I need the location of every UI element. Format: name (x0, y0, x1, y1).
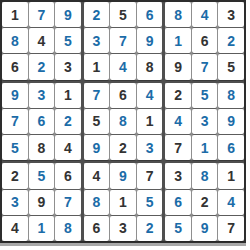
cell-r5c5[interactable]: 8 (110, 109, 136, 134)
cell-r5c6[interactable]: 1 (137, 109, 163, 134)
box-8: 497815632 (84, 163, 163, 241)
cell-r8c7[interactable]: 6 (165, 190, 191, 215)
cell-r5c3[interactable]: 2 (55, 109, 81, 134)
cell-r1c4[interactable]: 2 (84, 2, 110, 27)
cell-r2c7[interactable]: 1 (165, 28, 191, 53)
cell-r7c9[interactable]: 1 (218, 163, 244, 188)
box-6: 258439716 (165, 83, 244, 161)
cell-r6c6[interactable]: 3 (137, 135, 163, 160)
box-9: 381624597 (165, 163, 244, 241)
cell-r9c2[interactable]: 1 (29, 216, 55, 241)
box-3: 843162975 (165, 2, 244, 80)
cell-r6c7[interactable]: 7 (165, 135, 191, 160)
cell-r7c7[interactable]: 3 (165, 163, 191, 188)
box-7: 256397418 (2, 163, 81, 241)
cell-r4c8[interactable]: 5 (192, 83, 218, 108)
cell-r6c5[interactable]: 2 (110, 135, 136, 160)
cell-r2c8[interactable]: 6 (192, 28, 218, 53)
cell-r8c4[interactable]: 8 (84, 190, 110, 215)
cell-r3c6[interactable]: 8 (137, 54, 163, 79)
cell-r3c3[interactable]: 3 (55, 54, 81, 79)
cell-r6c1[interactable]: 5 (2, 135, 28, 160)
cell-r9c7[interactable]: 5 (165, 216, 191, 241)
cell-r8c3[interactable]: 7 (55, 190, 81, 215)
cell-r9c9[interactable]: 7 (218, 216, 244, 241)
cell-r2c3[interactable]: 5 (55, 28, 81, 53)
cell-r3c9[interactable]: 5 (218, 54, 244, 79)
cell-r3c7[interactable]: 9 (165, 54, 191, 79)
cell-r6c4[interactable]: 9 (84, 135, 110, 160)
cell-r4c3[interactable]: 1 (55, 83, 81, 108)
cell-r7c4[interactable]: 4 (84, 163, 110, 188)
cell-r9c8[interactable]: 9 (192, 216, 218, 241)
box-1: 179845623 (2, 2, 81, 80)
cell-r4c5[interactable]: 6 (110, 83, 136, 108)
box-4: 931762584 (2, 83, 81, 161)
cell-r2c6[interactable]: 9 (137, 28, 163, 53)
cell-r8c5[interactable]: 1 (110, 190, 136, 215)
cell-r3c4[interactable]: 1 (84, 54, 110, 79)
cell-r8c2[interactable]: 9 (29, 190, 55, 215)
cell-r9c3[interactable]: 8 (55, 216, 81, 241)
cell-r4c4[interactable]: 7 (84, 83, 110, 108)
cell-r5c8[interactable]: 3 (192, 109, 218, 134)
cell-r3c2[interactable]: 2 (29, 54, 55, 79)
cell-r9c6[interactable]: 2 (137, 216, 163, 241)
cell-r7c1[interactable]: 2 (2, 163, 28, 188)
cell-r8c9[interactable]: 4 (218, 190, 244, 215)
cell-r1c1[interactable]: 1 (2, 2, 28, 27)
cell-r2c2[interactable]: 4 (29, 28, 55, 53)
cell-r9c5[interactable]: 3 (110, 216, 136, 241)
cell-r5c7[interactable]: 4 (165, 109, 191, 134)
cell-r7c2[interactable]: 5 (29, 163, 55, 188)
cell-r1c6[interactable]: 6 (137, 2, 163, 27)
cell-r9c1[interactable]: 4 (2, 216, 28, 241)
cell-r1c9[interactable]: 3 (218, 2, 244, 27)
cell-r1c8[interactable]: 4 (192, 2, 218, 27)
cell-r3c1[interactable]: 6 (2, 54, 28, 79)
cell-r5c9[interactable]: 9 (218, 109, 244, 134)
cell-r4c2[interactable]: 3 (29, 83, 55, 108)
cell-r7c8[interactable]: 8 (192, 163, 218, 188)
cell-r6c3[interactable]: 4 (55, 135, 81, 160)
cell-r4c9[interactable]: 8 (218, 83, 244, 108)
cell-r6c2[interactable]: 8 (29, 135, 55, 160)
cell-r2c4[interactable]: 3 (84, 28, 110, 53)
cell-r8c8[interactable]: 2 (192, 190, 218, 215)
cell-r2c1[interactable]: 8 (2, 28, 28, 53)
cell-r3c8[interactable]: 7 (192, 54, 218, 79)
cell-r7c6[interactable]: 7 (137, 163, 163, 188)
cell-r3c5[interactable]: 4 (110, 54, 136, 79)
cell-r1c7[interactable]: 8 (165, 2, 191, 27)
cell-r4c7[interactable]: 2 (165, 83, 191, 108)
cell-r5c4[interactable]: 5 (84, 109, 110, 134)
cell-r4c1[interactable]: 9 (2, 83, 28, 108)
cell-r5c2[interactable]: 6 (29, 109, 55, 134)
cell-r1c5[interactable]: 5 (110, 2, 136, 27)
box-5: 764581923 (84, 83, 163, 161)
cell-r8c6[interactable]: 5 (137, 190, 163, 215)
cell-r1c2[interactable]: 7 (29, 2, 55, 27)
cell-r6c9[interactable]: 6 (218, 135, 244, 160)
cell-r6c8[interactable]: 1 (192, 135, 218, 160)
cell-r1c3[interactable]: 9 (55, 2, 81, 27)
cell-r9c4[interactable]: 6 (84, 216, 110, 241)
cell-r5c1[interactable]: 7 (2, 109, 28, 134)
cell-r7c3[interactable]: 6 (55, 163, 81, 188)
sudoku-board: 1798456232563791488431629759317625847645… (0, 0, 246, 243)
cell-r2c9[interactable]: 2 (218, 28, 244, 53)
cell-r2c5[interactable]: 7 (110, 28, 136, 53)
cell-r8c1[interactable]: 3 (2, 190, 28, 215)
box-2: 256379148 (84, 2, 163, 80)
cell-r7c5[interactable]: 9 (110, 163, 136, 188)
cell-r4c6[interactable]: 4 (137, 83, 163, 108)
